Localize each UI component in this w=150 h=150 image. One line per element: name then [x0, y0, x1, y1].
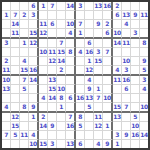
cell-r8c11-empty[interactable]: [94, 66, 103, 76]
cell-r2c8-empty[interactable]: [66, 11, 76, 20]
cell-r10c7-given[interactable]: 10: [57, 85, 66, 94]
cell-r16c4-given[interactable]: 10: [29, 140, 39, 148]
cell-r7c15-empty[interactable]: [131, 57, 140, 66]
cell-r9c12-empty[interactable]: [103, 76, 113, 85]
cell-r12c11-empty[interactable]: [94, 103, 103, 113]
cell-r4c15-given[interactable]: 3: [131, 29, 140, 39]
cell-r16c10-empty[interactable]: [85, 140, 94, 148]
cell-r1c9-given[interactable]: 3: [76, 2, 85, 11]
sudoku-board: 6171431316217236139111411610792411151241…: [0, 0, 150, 150]
cell-r2c16-given[interactable]: 11: [140, 11, 148, 20]
cell-r6c1-empty[interactable]: [2, 48, 11, 57]
cell-r16c11-given[interactable]: 4: [94, 140, 103, 148]
cell-r13c3-empty[interactable]: [20, 113, 29, 122]
cell-r8c3-given[interactable]: 15: [20, 66, 29, 76]
cell-r3c11-given[interactable]: 9: [94, 20, 103, 29]
cell-r15c2-given[interactable]: 5: [11, 131, 20, 140]
board-row-3: 14116107924: [2, 20, 148, 29]
cell-r15c8-empty[interactable]: [66, 131, 76, 140]
cell-r2c11-empty[interactable]: [94, 11, 103, 20]
cell-r4c11-empty[interactable]: [94, 29, 103, 39]
cell-r6c10-given[interactable]: 16: [85, 48, 94, 57]
cell-r10c11-given[interactable]: 1: [94, 85, 103, 94]
cell-r15c15-given[interactable]: 16: [131, 131, 140, 140]
cell-r8c14-given[interactable]: 3: [122, 66, 131, 76]
cell-r4c8-given[interactable]: 4: [66, 29, 76, 39]
cell-r6c2-empty[interactable]: [11, 48, 20, 57]
cell-r10c2-empty[interactable]: [11, 85, 20, 94]
cell-r2c6-empty[interactable]: [48, 11, 57, 20]
cell-r13c6-empty[interactable]: [48, 113, 57, 122]
cell-r11c11-given[interactable]: 7: [94, 94, 103, 103]
cell-r9c2-empty[interactable]: [11, 76, 20, 85]
cell-r1c16-empty[interactable]: [140, 2, 148, 11]
cell-r11c3-empty[interactable]: [20, 94, 29, 103]
cell-r2c2-given[interactable]: 7: [11, 11, 20, 20]
cell-r12c2-empty[interactable]: [11, 103, 20, 113]
cell-r13c4-given[interactable]: 1: [29, 113, 39, 122]
board-row-4: 111512416103: [2, 29, 148, 39]
cell-r14c3-empty[interactable]: [20, 122, 29, 131]
cell-r7c7-given[interactable]: 14: [57, 57, 66, 66]
cell-r10c5-empty[interactable]: [39, 85, 48, 94]
cell-r12c4-given[interactable]: 9: [29, 103, 39, 113]
cell-r9c4-given[interactable]: 14: [29, 76, 39, 85]
cell-r15c6-empty[interactable]: [48, 131, 57, 140]
cell-r13c10-empty[interactable]: [85, 113, 94, 122]
cell-r15c14-given[interactable]: 9: [122, 131, 131, 140]
cell-r14c13-empty[interactable]: [113, 122, 122, 131]
board-row-16: 10153136491: [2, 140, 148, 148]
cell-r5c7-given[interactable]: 7: [57, 39, 66, 48]
cell-r1c8-given[interactable]: 14: [66, 2, 76, 11]
cell-r9c3-given[interactable]: 7: [20, 76, 29, 85]
cell-r2c5-empty[interactable]: [39, 11, 48, 20]
board-row-7: 241214115109: [2, 57, 148, 66]
cell-r3c5-given[interactable]: 11: [39, 20, 48, 29]
board-row-13: 12127811135: [2, 113, 148, 122]
board-row-2: 1723613911: [2, 11, 148, 20]
cell-r12c3-given[interactable]: 8: [20, 103, 29, 113]
cell-r6c3-empty[interactable]: [20, 48, 29, 57]
cell-r11c14-empty[interactable]: [122, 94, 131, 103]
cell-r1c7-empty[interactable]: [57, 2, 66, 11]
cell-r3c4-empty[interactable]: [29, 20, 39, 29]
cell-r5c14-given[interactable]: 11: [122, 39, 131, 48]
cell-r16c14-empty[interactable]: [122, 140, 131, 148]
cell-r3c16-empty[interactable]: [140, 20, 148, 29]
board-row-1: 61714313162: [2, 2, 148, 11]
cell-r9c5-empty[interactable]: [39, 76, 48, 85]
cell-r14c8-given[interactable]: 16: [66, 122, 76, 131]
cell-r6c16-empty[interactable]: [140, 48, 148, 57]
cell-r15c4-given[interactable]: 4: [29, 131, 39, 140]
cell-r6c9-given[interactable]: 4: [76, 48, 85, 57]
cell-r7c4-empty[interactable]: [29, 57, 39, 66]
cell-r15c12-empty[interactable]: [103, 131, 113, 140]
board-row-6: 101115841637: [2, 48, 148, 57]
cell-r1c14-empty[interactable]: [122, 2, 131, 11]
cell-r7c1-given[interactable]: 2: [2, 57, 11, 66]
cell-r14c1-empty[interactable]: [2, 122, 11, 131]
cell-r9c13-given[interactable]: 11: [113, 76, 122, 85]
cell-r6c14-empty[interactable]: [122, 48, 131, 57]
cell-r8c7-given[interactable]: 2: [57, 66, 66, 76]
cell-r13c12-empty[interactable]: [103, 113, 113, 122]
cell-r6c6-given[interactable]: 11: [48, 48, 57, 57]
cell-r14c12-given[interactable]: 1: [103, 122, 113, 131]
cell-r2c15-given[interactable]: 9: [131, 11, 140, 20]
cell-r7c16-given[interactable]: 9: [140, 57, 148, 66]
cell-r4c12-given[interactable]: 6: [103, 29, 113, 39]
cell-r11c13-empty[interactable]: [113, 94, 122, 103]
cell-r1c15-empty[interactable]: [131, 2, 140, 11]
cell-r11c16-empty[interactable]: [140, 94, 148, 103]
cell-r13c5-given[interactable]: 2: [39, 113, 48, 122]
cell-r3c14-given[interactable]: 4: [122, 20, 131, 29]
cell-r9c8-empty[interactable]: [66, 76, 76, 85]
cell-r4c4-given[interactable]: 15: [29, 29, 39, 39]
cell-r10c8-empty[interactable]: [66, 85, 76, 94]
cell-r8c9-empty[interactable]: [76, 66, 85, 76]
cell-r11c7-given[interactable]: 8: [57, 94, 66, 103]
cell-r13c13-given[interactable]: 13: [113, 113, 122, 122]
cell-r10c13-empty[interactable]: [113, 85, 122, 94]
cell-r7c6-given[interactable]: 12: [48, 57, 57, 66]
cell-r11c15-empty[interactable]: [131, 94, 140, 103]
cell-r12c6-empty[interactable]: [48, 103, 57, 113]
cell-r16c7-empty[interactable]: [57, 140, 66, 148]
board-row-15: 75114391614: [2, 131, 148, 140]
cell-r3c8-given[interactable]: 10: [66, 20, 76, 29]
cell-r14c14-empty[interactable]: [122, 122, 131, 131]
cell-r8c8-empty[interactable]: [66, 66, 76, 76]
cell-r10c10-given[interactable]: 9: [85, 85, 94, 94]
cell-r4c10-empty[interactable]: [85, 29, 94, 39]
cell-r2c13-given[interactable]: 6: [113, 11, 122, 20]
cell-r5c12-empty[interactable]: [103, 39, 113, 48]
cell-r11c8-given[interactable]: 6: [66, 94, 76, 103]
cell-r5c1-given[interactable]: 3: [2, 39, 11, 48]
cell-r13c11-given[interactable]: 11: [94, 113, 103, 122]
cell-r4c2-given[interactable]: 11: [11, 29, 20, 39]
cell-r14c9-given[interactable]: 5: [76, 122, 85, 131]
cell-r16c8-given[interactable]: 13: [66, 140, 76, 148]
cell-r10c3-given[interactable]: 5: [20, 85, 29, 94]
cell-r9c7-empty[interactable]: [57, 76, 66, 85]
cell-r12c10-given[interactable]: 5: [85, 103, 94, 113]
cell-r11c12-given[interactable]: 10: [103, 94, 113, 103]
cell-r13c7-empty[interactable]: [57, 113, 66, 122]
board-row-10: 13515109164: [2, 85, 148, 94]
cell-r9c14-given[interactable]: 16: [122, 76, 131, 85]
cell-r9c9-empty[interactable]: [76, 76, 85, 85]
cell-r16c3-empty[interactable]: [20, 140, 29, 148]
cell-r4c13-given[interactable]: 10: [113, 29, 122, 39]
cell-r14c15-given[interactable]: 10: [131, 122, 140, 131]
cell-r10c12-empty[interactable]: [103, 85, 113, 94]
cell-r7c13-empty[interactable]: [113, 57, 122, 66]
cell-r14c16-empty[interactable]: [140, 122, 148, 131]
cell-r3c1-empty[interactable]: [2, 20, 11, 29]
cell-r9c10-given[interactable]: 4: [85, 76, 94, 85]
cell-r3c6-given[interactable]: 6: [48, 20, 57, 29]
cell-r14c5-given[interactable]: 14: [39, 122, 48, 131]
cell-r16c16-empty[interactable]: [140, 140, 148, 148]
cell-r11c9-given[interactable]: 16: [76, 94, 85, 103]
board-row-5: 31127614118: [2, 39, 148, 48]
cell-r5c6-empty[interactable]: [48, 39, 57, 48]
cell-r8c13-given[interactable]: 4: [113, 66, 122, 76]
cell-r16c13-given[interactable]: 1: [113, 140, 122, 148]
cell-r8c10-given[interactable]: 12: [85, 66, 94, 76]
cell-r2c7-empty[interactable]: [57, 11, 66, 20]
cell-r5c15-empty[interactable]: [131, 39, 140, 48]
cell-r1c2-empty[interactable]: [11, 2, 20, 11]
cell-r14c11-given[interactable]: 12: [94, 122, 103, 131]
cell-r6c8-given[interactable]: 8: [66, 48, 76, 57]
cell-r1c10-empty[interactable]: [85, 2, 94, 11]
cell-r4c7-empty[interactable]: [57, 29, 66, 39]
cell-r1c6-given[interactable]: 7: [48, 2, 57, 11]
cell-r10c6-given[interactable]: 15: [48, 85, 57, 94]
sudoku-page: 6171431316217236139111411610792411151241…: [0, 0, 150, 150]
cell-r1c11-given[interactable]: 13: [94, 2, 103, 11]
cell-r9c1-given[interactable]: 10: [2, 76, 11, 85]
board-row-8: 111516212435: [2, 66, 148, 76]
cell-r9c6-given[interactable]: 13: [48, 76, 57, 85]
cell-r1c3-empty[interactable]: [20, 2, 29, 11]
cell-r1c1-empty[interactable]: [2, 2, 11, 11]
cell-r5c10-given[interactable]: 6: [85, 39, 94, 48]
cell-r15c1-given[interactable]: 7: [2, 131, 11, 140]
cell-r15c7-empty[interactable]: [57, 131, 66, 140]
cell-r5c4-given[interactable]: 12: [29, 39, 39, 48]
cell-r14c4-empty[interactable]: [29, 122, 39, 131]
cell-r15c5-empty[interactable]: [39, 131, 48, 140]
cell-r4c1-empty[interactable]: [2, 29, 11, 39]
cell-r10c4-empty[interactable]: [29, 85, 39, 94]
cell-r5c2-empty[interactable]: [11, 39, 20, 48]
cell-r2c4-given[interactable]: 3: [29, 11, 39, 20]
cell-r2c1-given[interactable]: 1: [2, 11, 11, 20]
cell-r16c9-given[interactable]: 6: [76, 140, 85, 148]
cell-r12c12-empty[interactable]: [103, 103, 113, 113]
cell-r16c15-empty[interactable]: [131, 140, 140, 148]
cell-r16c6-given[interactable]: 3: [48, 140, 57, 148]
cell-r16c1-empty[interactable]: [2, 140, 11, 148]
cell-r6c15-empty[interactable]: [131, 48, 140, 57]
cell-r4c3-empty[interactable]: [20, 29, 29, 39]
cell-r7c12-empty[interactable]: [103, 57, 113, 66]
cell-r11c2-empty[interactable]: [11, 94, 20, 103]
cell-r4c16-empty[interactable]: [140, 29, 148, 39]
cell-r7c8-empty[interactable]: [66, 57, 76, 66]
cell-r2c12-empty[interactable]: [103, 11, 113, 20]
cell-r12c8-empty[interactable]: [66, 103, 76, 113]
cell-r6c4-empty[interactable]: [29, 48, 39, 57]
cell-r10c1-given[interactable]: 13: [2, 85, 11, 94]
cell-r7c2-empty[interactable]: [11, 57, 20, 66]
cell-r6c5-given[interactable]: 10: [39, 48, 48, 57]
cell-r5c3-given[interactable]: 1: [20, 39, 29, 48]
cell-r12c13-given[interactable]: 15: [113, 103, 122, 113]
cell-r1c5-given[interactable]: 1: [39, 2, 48, 11]
cell-r11c5-given[interactable]: 4: [39, 94, 48, 103]
cell-r1c13-given[interactable]: 2: [113, 2, 122, 11]
cell-r2c14-given[interactable]: 13: [122, 11, 131, 20]
cell-r5c9-empty[interactable]: [76, 39, 85, 48]
cell-r8c1-given[interactable]: 11: [2, 66, 11, 76]
cell-r8c6-empty[interactable]: [48, 66, 57, 76]
cell-r6c11-given[interactable]: 3: [94, 48, 103, 57]
cell-r13c9-given[interactable]: 8: [76, 113, 85, 122]
cell-r15c11-empty[interactable]: [94, 131, 103, 140]
cell-r4c6-empty[interactable]: [48, 29, 57, 39]
cell-r6c12-given[interactable]: 7: [103, 48, 113, 57]
cell-r14c10-empty[interactable]: [85, 122, 94, 131]
cell-r7c10-given[interactable]: 1: [85, 57, 94, 66]
cell-r3c2-given[interactable]: 14: [11, 20, 20, 29]
cell-r14c2-given[interactable]: 15: [11, 122, 20, 131]
cell-r13c2-given[interactable]: 12: [11, 113, 20, 122]
cell-r16c5-given[interactable]: 15: [39, 140, 48, 148]
cell-r16c2-empty[interactable]: [11, 140, 20, 148]
cell-r3c13-empty[interactable]: [113, 20, 122, 29]
cell-r4c14-empty[interactable]: [122, 29, 131, 39]
board-row-11: 414861613710: [2, 94, 148, 103]
cell-r13c8-given[interactable]: 7: [66, 113, 76, 122]
cell-r3c3-empty[interactable]: [20, 20, 29, 29]
cell-r10c9-empty[interactable]: [76, 85, 85, 94]
cell-r11c10-given[interactable]: 13: [85, 94, 94, 103]
cell-r1c12-given[interactable]: 16: [103, 2, 113, 11]
cell-r16c12-given[interactable]: 9: [103, 140, 113, 148]
cell-r12c9-empty[interactable]: [76, 103, 85, 113]
cell-r12c7-given[interactable]: 1: [57, 103, 66, 113]
cell-r12c16-given[interactable]: 10: [140, 103, 148, 113]
cell-r11c4-empty[interactable]: [29, 94, 39, 103]
cell-r9c15-empty[interactable]: [131, 76, 140, 85]
cell-r5c13-given[interactable]: 14: [113, 39, 122, 48]
cell-r8c4-given[interactable]: 16: [29, 66, 39, 76]
cell-r7c14-given[interactable]: 10: [122, 57, 131, 66]
cell-r5c5-empty[interactable]: [39, 39, 48, 48]
cell-r3c9-given[interactable]: 7: [76, 20, 85, 29]
cell-r10c15-empty[interactable]: [131, 85, 140, 94]
board-row-12: 4891515710: [2, 103, 148, 113]
cell-r7c5-empty[interactable]: [39, 57, 48, 66]
cell-r2c9-empty[interactable]: [76, 11, 85, 20]
cell-r12c5-empty[interactable]: [39, 103, 48, 113]
cell-r5c16-given[interactable]: 8: [140, 39, 148, 48]
cell-r11c6-given[interactable]: 14: [48, 94, 57, 103]
cell-r13c15-given[interactable]: 5: [131, 113, 140, 122]
board-row-14: 1514916512110: [2, 122, 148, 131]
cell-r7c9-empty[interactable]: [76, 57, 85, 66]
cell-r12c14-given[interactable]: 7: [122, 103, 131, 113]
cell-r3c7-empty[interactable]: [57, 20, 66, 29]
cell-r8c16-given[interactable]: 5: [140, 66, 148, 76]
cell-r14c6-given[interactable]: 9: [48, 122, 57, 131]
cell-r3c10-empty[interactable]: [85, 20, 94, 29]
cell-r9c11-empty[interactable]: [94, 76, 103, 85]
cell-r10c16-given[interactable]: 4: [140, 85, 148, 94]
cell-r5c11-empty[interactable]: [94, 39, 103, 48]
cell-r4c5-given[interactable]: 12: [39, 29, 48, 39]
cell-r15c9-empty[interactable]: [76, 131, 85, 140]
cell-r15c13-given[interactable]: 3: [113, 131, 122, 140]
cell-r4c9-given[interactable]: 1: [76, 29, 85, 39]
cell-r12c1-given[interactable]: 4: [2, 103, 11, 113]
cell-r8c2-empty[interactable]: [11, 66, 20, 76]
cell-r9c16-given[interactable]: 3: [140, 76, 148, 85]
cell-r15c16-given[interactable]: 14: [140, 131, 148, 140]
cell-r1c4-given[interactable]: 6: [29, 2, 39, 11]
cell-r15c3-given[interactable]: 11: [20, 131, 29, 140]
board-row-9: 1071413411163: [2, 76, 148, 85]
cell-r6c7-given[interactable]: 15: [57, 48, 66, 57]
cell-r7c11-given[interactable]: 15: [94, 57, 103, 66]
cell-r6c13-empty[interactable]: [113, 48, 122, 57]
cell-r8c15-empty[interactable]: [131, 66, 140, 76]
cell-r15c10-empty[interactable]: [85, 131, 94, 140]
cell-r13c1-empty[interactable]: [2, 113, 11, 122]
cell-r2c10-empty[interactable]: [85, 11, 94, 20]
cell-r7c3-given[interactable]: 4: [20, 57, 29, 66]
cell-r8c5-empty[interactable]: [39, 66, 48, 76]
cell-r11c1-empty[interactable]: [2, 94, 11, 103]
cell-r13c14-empty[interactable]: [122, 113, 131, 122]
cell-r13c16-empty[interactable]: [140, 113, 148, 122]
cell-r12c15-empty[interactable]: [131, 103, 140, 113]
cell-r10c14-given[interactable]: 6: [122, 85, 131, 94]
cell-r8c12-empty[interactable]: [103, 66, 113, 76]
cell-r3c15-empty[interactable]: [131, 20, 140, 29]
cell-r2c3-given[interactable]: 2: [20, 11, 29, 20]
cell-r3c12-given[interactable]: 2: [103, 20, 113, 29]
cell-r5c8-empty[interactable]: [66, 39, 76, 48]
cell-r14c7-empty[interactable]: [57, 122, 66, 131]
